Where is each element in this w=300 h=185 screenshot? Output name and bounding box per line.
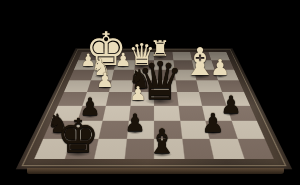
square-h8[interactable] <box>237 138 274 159</box>
piece-black-queen-e5[interactable]: ♛ <box>137 55 184 107</box>
square-c5[interactable] <box>106 92 131 105</box>
piece-black-bishop-e8[interactable]: ♝ <box>147 124 177 158</box>
piece-white-pawn-h3[interactable]: ♟ <box>210 57 230 79</box>
piece-black-pawn-f7[interactable]: ♟ <box>201 110 224 136</box>
piece-white-pawn-b4[interactable]: ♟ <box>96 70 114 90</box>
square-h7[interactable] <box>231 121 265 139</box>
board-side-edge <box>27 168 284 174</box>
square-h4[interactable] <box>218 80 244 92</box>
piece-black-king-b8[interactable]: ♚ <box>57 112 99 159</box>
piece-black-pawn-d7[interactable]: ♟ <box>124 111 146 135</box>
photo-scene: ♜♚♛♟♟♞♝♟♟♟♞♛♟♟♞♟♟♚♝ <box>0 0 300 185</box>
